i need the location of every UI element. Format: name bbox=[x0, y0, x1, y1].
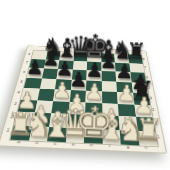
piece-black-pawn[interactable]: ♟ bbox=[25, 59, 44, 78]
board-mat: 87654321 87654321 abcdefgh ♞♝♛♚♝♞♜♟♟♟♟♟♟… bbox=[0, 45, 167, 153]
piece-white-rook[interactable]: ♜ bbox=[6, 111, 35, 140]
square-h1[interactable]: ♜ bbox=[137, 131, 157, 147]
chess-board: ♞♝♛♚♝♞♜♟♟♟♟♟♟♟♟♟♟♟♜♟♟♟♟♟♜♞♝♛♚♝♞♜ bbox=[10, 50, 157, 146]
square-a1[interactable]: ♜ bbox=[10, 125, 31, 140]
square-g4[interactable]: ♟ bbox=[117, 92, 134, 104]
photo-background: 87654321 87654321 abcdefgh ♞♝♛♚♝♞♜♟♟♟♟♟♟… bbox=[0, 0, 170, 170]
piece-white-king[interactable]: ♚ bbox=[74, 103, 114, 143]
chess-board-scene: 87654321 87654321 abcdefgh ♞♝♛♚♝♞♜♟♟♟♟♟♟… bbox=[15, 20, 155, 160]
piece-white-rook[interactable]: ♜ bbox=[134, 117, 163, 146]
square-a6[interactable]: ♟ bbox=[27, 68, 44, 78]
square-e1[interactable]: ♚ bbox=[84, 128, 102, 144]
